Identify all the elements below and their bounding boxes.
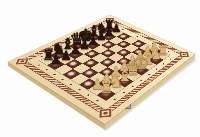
- piece-white-rook-a1[interactable]: ♜: [99, 81, 113, 97]
- piece-black-pawn-a7[interactable]: ♟: [50, 53, 62, 66]
- pieces-layer: ♜♟♞♟♝♟♚♟♟♜♛♟♟♞♝♟♟♝♞♟♟♚♜♟♟♛♟♝♟♞♟♜: [0, 0, 200, 137]
- photo-canvas: ♜♟♞♟♝♟♚♟♟♜♛♟♟♞♝♟♟♝♞♟♟♚♜♟♟♛♟♝♟♞♟♜: [0, 0, 200, 137]
